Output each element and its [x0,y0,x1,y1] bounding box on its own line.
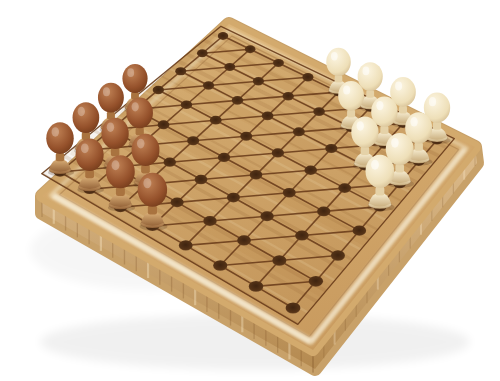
hole-e4[interactable] [250,170,263,179]
hole-g1[interactable] [249,281,264,292]
hole-c7[interactable] [253,77,264,85]
hole-e3[interactable] [227,193,240,203]
hole-b6[interactable] [203,81,214,89]
halma-board [0,0,500,381]
hole-d4[interactable] [218,153,230,162]
hole-g4[interactable] [317,206,330,216]
hole-d3[interactable] [195,175,208,185]
hole-g2[interactable] [272,255,286,265]
hole-b7[interactable] [224,63,235,71]
photo-stage [0,0,500,381]
hole-e6[interactable] [293,127,305,136]
hole-d5[interactable] [240,132,252,141]
hole-g3[interactable] [295,230,309,240]
hole-f1[interactable] [213,260,227,271]
hole-b8[interactable] [245,45,256,53]
hole-e2[interactable] [203,216,216,226]
hole-c8[interactable] [273,59,284,67]
hole-h2[interactable] [309,276,323,287]
peg-brown-a1[interactable] [46,122,74,176]
hole-e1[interactable] [179,240,193,250]
hole-c6[interactable] [232,96,244,105]
hole-a7[interactable] [197,49,208,57]
hole-a6[interactable] [175,67,186,75]
hole-f2[interactable] [237,235,251,245]
hole-d8[interactable] [302,73,313,81]
hole-c5[interactable] [210,116,222,125]
hole-d2[interactable] [171,197,184,207]
hole-f6[interactable] [325,144,337,153]
hole-a8[interactable] [218,32,229,40]
hole-b4[interactable] [158,120,170,129]
hole-h4[interactable] [352,226,366,236]
hole-d6[interactable] [262,111,274,120]
hole-b5[interactable] [181,100,193,109]
hole-d7[interactable] [282,92,293,101]
hole-a5[interactable] [153,86,164,94]
hole-e7[interactable] [313,107,325,116]
hole-e5[interactable] [272,148,284,157]
hole-c4[interactable] [187,136,199,145]
hole-g5[interactable] [338,183,351,193]
hole-h3[interactable] [331,250,345,260]
hole-h1[interactable] [286,302,301,313]
hole-f5[interactable] [304,166,317,175]
hole-c3[interactable] [163,158,176,167]
hole-f4[interactable] [283,188,296,198]
hole-f3[interactable] [260,211,273,221]
